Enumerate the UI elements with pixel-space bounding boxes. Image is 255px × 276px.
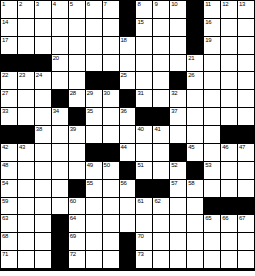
grid-cell[interactable]: 8 <box>136 1 152 18</box>
grid-cell[interactable] <box>204 251 220 268</box>
grid-cell[interactable] <box>86 251 102 268</box>
grid-cell[interactable] <box>52 126 68 143</box>
cell-number: 18 <box>121 37 127 44</box>
grid-cell[interactable]: 1 <box>1 1 17 18</box>
grid-cell[interactable] <box>52 72 68 89</box>
block-cell <box>103 144 119 161</box>
grid-cell[interactable]: 32 <box>170 90 186 107</box>
grid-cell[interactable]: 36 <box>120 108 136 125</box>
cell-number: 14 <box>2 19 8 26</box>
cell-number: 26 <box>188 72 194 79</box>
grid-cell[interactable] <box>18 198 34 215</box>
grid-cell[interactable] <box>153 37 169 54</box>
grid-cell[interactable]: 14 <box>1 19 17 36</box>
cell-number: 60 <box>70 198 76 205</box>
grid-cell[interactable] <box>221 90 237 107</box>
grid-cell[interactable]: 49 <box>86 162 102 179</box>
block-cell <box>238 126 254 143</box>
grid-cell[interactable]: 57 <box>170 180 186 197</box>
block-cell <box>120 90 136 107</box>
grid-cell[interactable]: 15 <box>136 19 152 36</box>
cell-number: 37 <box>171 108 177 115</box>
grid-cell[interactable] <box>187 198 203 215</box>
grid-cell[interactable] <box>153 251 169 268</box>
grid-cell[interactable] <box>103 251 119 268</box>
grid-cell[interactable] <box>204 180 220 197</box>
grid-cell[interactable] <box>120 198 136 215</box>
grid-cell[interactable]: 19 <box>204 37 220 54</box>
grid-cell[interactable]: 65 <box>204 215 220 232</box>
grid-cell[interactable] <box>86 37 102 54</box>
grid-cell[interactable] <box>35 251 51 268</box>
grid-cell[interactable] <box>204 233 220 250</box>
grid-cell[interactable] <box>35 215 51 232</box>
grid-cell[interactable] <box>238 37 254 54</box>
grid-cell[interactable]: 52 <box>170 162 186 179</box>
grid-cell[interactable]: 33 <box>1 108 17 125</box>
cell-number: 54 <box>2 180 8 187</box>
grid-cell[interactable]: 38 <box>35 126 51 143</box>
block-cell <box>170 144 186 161</box>
cell-number: 13 <box>239 1 245 8</box>
grid-cell[interactable]: 21 <box>187 55 203 72</box>
grid-cell[interactable]: 61 <box>136 198 152 215</box>
cell-number: 71 <box>2 251 8 258</box>
block-cell <box>52 215 68 232</box>
grid-cell[interactable]: 51 <box>136 162 152 179</box>
grid-cell[interactable] <box>52 19 68 36</box>
cell-number: 38 <box>36 126 42 133</box>
grid-cell[interactable] <box>69 55 85 72</box>
grid-cell[interactable]: 46 <box>221 144 237 161</box>
grid-cell[interactable]: 4 <box>52 1 68 18</box>
grid-cell[interactable] <box>18 37 34 54</box>
grid-cell[interactable]: 54 <box>1 180 17 197</box>
grid-cell[interactable] <box>35 198 51 215</box>
cell-number: 22 <box>2 72 8 79</box>
grid-cell[interactable] <box>103 37 119 54</box>
grid-cell[interactable]: 39 <box>69 126 85 143</box>
grid-cell[interactable]: 5 <box>69 1 85 18</box>
grid-cell[interactable] <box>238 72 254 89</box>
grid-cell[interactable] <box>52 144 68 161</box>
grid-cell[interactable] <box>204 55 220 72</box>
grid-cell[interactable]: 68 <box>1 233 17 250</box>
grid-cell[interactable]: 73 <box>136 251 152 268</box>
grid-cell[interactable] <box>204 126 220 143</box>
grid-cell[interactable]: 58 <box>187 180 203 197</box>
cell-number: 59 <box>2 198 8 205</box>
grid-cell[interactable] <box>187 108 203 125</box>
grid-cell[interactable]: 20 <box>52 55 68 72</box>
grid-cell[interactable] <box>18 251 34 268</box>
grid-cell[interactable]: 55 <box>86 180 102 197</box>
grid-cell[interactable]: 42 <box>1 144 17 161</box>
block-cell <box>1 126 17 143</box>
block-cell <box>69 108 85 125</box>
grid-cell[interactable]: 30 <box>103 90 119 107</box>
grid-cell[interactable] <box>18 108 34 125</box>
cell-number: 50 <box>104 162 110 169</box>
grid-cell[interactable] <box>221 251 237 268</box>
grid-cell[interactable] <box>69 37 85 54</box>
block-cell <box>153 108 169 125</box>
grid-cell[interactable] <box>238 90 254 107</box>
grid-cell[interactable]: 47 <box>238 144 254 161</box>
cell-number: 66 <box>222 215 228 222</box>
block-cell <box>35 55 51 72</box>
grid-cell[interactable] <box>187 215 203 232</box>
grid-cell[interactable]: 64 <box>69 215 85 232</box>
cell-number: 15 <box>137 19 143 26</box>
grid-cell[interactable] <box>69 72 85 89</box>
grid-cell[interactable]: 71 <box>1 251 17 268</box>
grid-cell[interactable] <box>187 126 203 143</box>
grid-cell[interactable]: 24 <box>35 72 51 89</box>
grid-cell[interactable] <box>170 198 186 215</box>
crossword-board: 1234567891011121314151617181920212223242… <box>0 0 255 271</box>
grid-cell[interactable]: 59 <box>1 198 17 215</box>
cell-number: 19 <box>205 37 211 44</box>
grid-cell[interactable] <box>18 233 34 250</box>
grid-cell[interactable] <box>238 233 254 250</box>
cell-number: 72 <box>70 251 76 258</box>
grid-cell[interactable] <box>170 126 186 143</box>
grid-cell[interactable]: 16 <box>204 19 220 36</box>
grid-cell[interactable]: 7 <box>103 1 119 18</box>
block-cell <box>187 37 203 54</box>
cell-number: 55 <box>87 180 93 187</box>
block-cell <box>221 126 237 143</box>
cell-number: 65 <box>205 215 211 222</box>
grid-cell[interactable] <box>238 55 254 72</box>
grid-cell[interactable] <box>170 37 186 54</box>
block-cell <box>120 251 136 268</box>
grid-cell[interactable] <box>86 233 102 250</box>
cell-number: 53 <box>205 162 211 169</box>
grid-cell[interactable] <box>52 180 68 197</box>
grid-cell[interactable] <box>153 233 169 250</box>
cell-number: 23 <box>19 72 25 79</box>
grid-cell[interactable]: 41 <box>153 126 169 143</box>
block-cell <box>238 198 254 215</box>
cell-number: 31 <box>137 90 143 97</box>
grid-cell[interactable] <box>103 198 119 215</box>
grid-cell[interactable] <box>221 180 237 197</box>
cell-number: 42 <box>2 144 8 151</box>
grid-cell[interactable] <box>69 144 85 161</box>
grid-cell[interactable] <box>238 108 254 125</box>
cell-number: 62 <box>154 198 160 205</box>
grid-cell[interactable] <box>52 162 68 179</box>
cell-number: 41 <box>154 126 160 133</box>
grid-cell[interactable]: 18 <box>120 37 136 54</box>
cell-number: 61 <box>137 198 143 205</box>
block-cell <box>153 180 169 197</box>
grid-cell[interactable] <box>86 55 102 72</box>
grid-cell[interactable] <box>238 162 254 179</box>
grid-cell[interactable] <box>238 19 254 36</box>
block-cell <box>120 162 136 179</box>
grid-cell[interactable] <box>153 215 169 232</box>
grid-cell[interactable] <box>221 19 237 36</box>
cell-number: 4 <box>53 1 56 8</box>
cell-number: 64 <box>70 215 76 222</box>
grid-cell[interactable] <box>136 37 152 54</box>
grid-cell[interactable]: 11 <box>204 1 220 18</box>
cell-number: 27 <box>2 90 8 97</box>
grid-cell[interactable]: 9 <box>153 1 169 18</box>
grid-cell[interactable] <box>103 233 119 250</box>
grid-cell[interactable]: 22 <box>1 72 17 89</box>
cell-number: 39 <box>70 126 76 133</box>
cell-number: 56 <box>121 180 127 187</box>
cell-number: 51 <box>137 162 143 169</box>
cell-number: 32 <box>171 90 177 97</box>
cell-number: 52 <box>171 162 177 169</box>
cell-number: 67 <box>239 215 245 222</box>
cell-number: 28 <box>70 90 76 97</box>
cell-number: 8 <box>137 1 140 8</box>
grid-cell[interactable] <box>204 72 220 89</box>
grid-cell[interactable] <box>221 162 237 179</box>
grid-cell[interactable] <box>221 108 237 125</box>
block-cell <box>204 198 220 215</box>
grid-cell[interactable] <box>35 37 51 54</box>
cell-number: 10 <box>171 1 177 8</box>
block-cell <box>18 126 34 143</box>
cell-number: 68 <box>2 233 8 240</box>
cell-number: 1 <box>2 1 5 8</box>
grid-cell[interactable]: 43 <box>18 144 34 161</box>
cell-number: 33 <box>2 108 8 115</box>
grid-cell[interactable] <box>221 233 237 250</box>
grid-cell[interactable]: 40 <box>136 126 152 143</box>
grid-cell[interactable] <box>136 72 152 89</box>
cell-number: 35 <box>87 108 93 115</box>
block-cell <box>120 19 136 36</box>
grid-cell[interactable] <box>86 126 102 143</box>
block-cell <box>52 90 68 107</box>
grid-cell[interactable]: 6 <box>86 1 102 18</box>
grid-cell[interactable]: 29 <box>86 90 102 107</box>
grid-cell[interactable] <box>86 198 102 215</box>
block-cell <box>187 162 203 179</box>
cell-number: 5 <box>70 1 73 8</box>
cell-number: 34 <box>53 108 59 115</box>
block-cell <box>18 55 34 72</box>
grid-cell[interactable] <box>153 162 169 179</box>
grid-cell[interactable] <box>35 90 51 107</box>
grid-cell[interactable] <box>103 180 119 197</box>
cell-number: 45 <box>188 144 194 151</box>
block-cell <box>1 55 17 72</box>
block-cell <box>120 1 136 18</box>
grid-cell[interactable]: 44 <box>120 144 136 161</box>
grid-cell[interactable]: 10 <box>170 1 186 18</box>
grid-cell[interactable] <box>170 19 186 36</box>
grid-cell[interactable]: 25 <box>120 72 136 89</box>
grid-cell[interactable] <box>18 180 34 197</box>
block-cell <box>86 72 102 89</box>
grid-cell[interactable] <box>204 90 220 107</box>
grid-cell[interactable]: 50 <box>103 162 119 179</box>
cell-number: 2 <box>19 1 22 8</box>
grid-cell[interactable] <box>120 126 136 143</box>
grid-cell[interactable] <box>187 251 203 268</box>
grid-cell[interactable] <box>153 55 169 72</box>
grid-cell[interactable]: 26 <box>187 72 203 89</box>
grid-cell[interactable]: 12 <box>221 1 237 18</box>
grid-cell[interactable]: 17 <box>1 37 17 54</box>
grid-cell[interactable]: 62 <box>153 198 169 215</box>
grid-cell[interactable] <box>35 108 51 125</box>
block-cell <box>136 180 152 197</box>
block-cell <box>120 233 136 250</box>
grid-cell[interactable] <box>187 233 203 250</box>
grid-cell[interactable]: 60 <box>69 198 85 215</box>
grid-cell[interactable] <box>35 19 51 36</box>
grid-cell[interactable] <box>52 198 68 215</box>
grid-cell[interactable]: 37 <box>170 108 186 125</box>
cell-number: 25 <box>121 72 127 79</box>
cell-number: 24 <box>36 72 42 79</box>
cell-number: 3 <box>36 1 39 8</box>
block-cell <box>86 144 102 161</box>
cell-number: 63 <box>2 215 8 222</box>
grid-cell[interactable] <box>136 144 152 161</box>
cell-number: 16 <box>205 19 211 26</box>
grid-cell[interactable]: 72 <box>69 251 85 268</box>
grid-cell[interactable] <box>136 215 152 232</box>
grid-cell[interactable] <box>170 215 186 232</box>
block-cell <box>136 108 152 125</box>
grid-cell[interactable]: 56 <box>120 180 136 197</box>
grid-cell[interactable]: 53 <box>204 162 220 179</box>
cell-number: 44 <box>121 144 127 151</box>
grid-cell[interactable] <box>52 37 68 54</box>
grid-cell[interactable] <box>120 55 136 72</box>
grid-cell[interactable] <box>103 215 119 232</box>
grid-cell[interactable] <box>153 90 169 107</box>
grid-cell[interactable]: 34 <box>52 108 68 125</box>
grid-cell[interactable]: 23 <box>18 72 34 89</box>
grid-cell[interactable] <box>69 19 85 36</box>
cell-number: 30 <box>104 90 110 97</box>
grid-cell[interactable] <box>153 19 169 36</box>
grid-cell[interactable] <box>69 162 85 179</box>
cell-number: 20 <box>53 55 59 62</box>
grid-cell[interactable]: 35 <box>86 108 102 125</box>
grid-cell[interactable]: 2 <box>18 1 34 18</box>
grid-cell[interactable]: 48 <box>1 162 17 179</box>
grid-cell[interactable] <box>153 72 169 89</box>
grid-cell[interactable] <box>103 55 119 72</box>
grid-cell[interactable] <box>86 19 102 36</box>
grid-cell[interactable] <box>221 37 237 54</box>
block-cell <box>221 198 237 215</box>
grid-cell[interactable] <box>120 215 136 232</box>
grid-cell[interactable]: 45 <box>187 144 203 161</box>
grid-cell[interactable]: 67 <box>238 215 254 232</box>
grid-cell[interactable] <box>35 144 51 161</box>
cell-number: 48 <box>2 162 8 169</box>
cell-number: 9 <box>154 1 157 8</box>
grid-cell[interactable]: 69 <box>69 233 85 250</box>
cell-number: 69 <box>70 233 76 240</box>
block-cell <box>187 1 203 18</box>
grid-cell[interactable] <box>238 180 254 197</box>
grid-cell[interactable]: 31 <box>136 90 152 107</box>
block-cell <box>187 19 203 36</box>
grid-cell[interactable] <box>103 126 119 143</box>
cell-number: 46 <box>222 144 228 151</box>
grid-cell[interactable]: 70 <box>136 233 152 250</box>
grid-cell[interactable] <box>18 215 34 232</box>
grid-cell[interactable] <box>35 180 51 197</box>
grid-cell[interactable] <box>136 55 152 72</box>
cell-number: 73 <box>137 251 143 258</box>
block-cell <box>52 251 68 268</box>
grid-cell[interactable] <box>204 144 220 161</box>
grid-cell[interactable] <box>86 215 102 232</box>
block-cell <box>103 72 119 89</box>
grid-cell[interactable] <box>18 162 34 179</box>
grid-cell[interactable] <box>153 144 169 161</box>
cell-number: 36 <box>121 108 127 115</box>
grid-cell[interactable]: 13 <box>238 1 254 18</box>
grid-cell[interactable]: 28 <box>69 90 85 107</box>
cell-number: 47 <box>239 144 245 151</box>
grid-cell[interactable] <box>221 72 237 89</box>
cell-number: 57 <box>171 180 177 187</box>
cell-number: 70 <box>137 233 143 240</box>
cell-number: 11 <box>205 1 211 8</box>
cell-number: 58 <box>188 180 194 187</box>
grid-cell[interactable] <box>221 55 237 72</box>
grid-cell[interactable] <box>170 233 186 250</box>
grid-cell[interactable] <box>238 251 254 268</box>
cell-number: 40 <box>137 126 143 133</box>
block-cell <box>170 72 186 89</box>
grid-cell[interactable] <box>204 108 220 125</box>
block-cell <box>52 233 68 250</box>
cell-number: 21 <box>188 55 194 62</box>
block-cell <box>69 180 85 197</box>
cell-number: 7 <box>104 1 107 8</box>
grid-cell[interactable] <box>170 55 186 72</box>
grid-cell[interactable] <box>187 90 203 107</box>
grid-cell[interactable]: 66 <box>221 215 237 232</box>
crossword-page: 1234567891011121314151617181920212223242… <box>0 0 255 276</box>
cell-number: 29 <box>87 90 93 97</box>
cell-number: 6 <box>87 1 90 8</box>
grid-cell[interactable] <box>18 90 34 107</box>
grid-cell[interactable]: 27 <box>1 90 17 107</box>
grid-cell[interactable]: 3 <box>35 1 51 18</box>
grid-cell[interactable]: 63 <box>1 215 17 232</box>
grid-cell[interactable] <box>103 19 119 36</box>
grid-cell[interactable] <box>35 233 51 250</box>
grid-cell[interactable] <box>170 251 186 268</box>
cell-number: 43 <box>19 144 25 151</box>
grid-cell[interactable] <box>103 108 119 125</box>
cell-number: 17 <box>2 37 8 44</box>
grid-cell[interactable] <box>18 19 34 36</box>
cell-number: 49 <box>87 162 93 169</box>
cell-number: 12 <box>222 1 228 8</box>
grid-cell[interactable] <box>35 162 51 179</box>
